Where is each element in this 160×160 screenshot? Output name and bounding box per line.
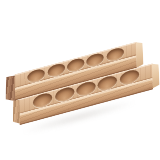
front-tier-right-end-grain: [152, 62, 160, 89]
product-photo-canvas: [0, 0, 160, 160]
back-tier-right-end-grain: [135, 40, 143, 68]
